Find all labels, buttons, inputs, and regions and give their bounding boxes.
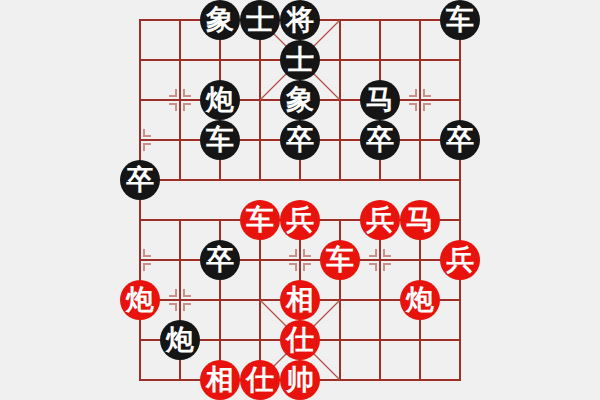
- piece-black-soldier[interactable]: 卒: [280, 120, 320, 160]
- xiangqi-board[interactable]: 象士将车士炮象马车卒卒卒卒车兵兵马卒车兵炮相炮炮仕相仕帅: [120, 0, 480, 400]
- piece-red-advisor[interactable]: 仕: [240, 360, 280, 400]
- piece-red-soldier[interactable]: 兵: [280, 200, 320, 240]
- piece-black-cannon[interactable]: 炮: [200, 80, 240, 120]
- piece-red-cannon[interactable]: 炮: [400, 280, 440, 320]
- piece-black-cannon[interactable]: 炮: [160, 320, 200, 360]
- piece-black-soldier[interactable]: 卒: [440, 120, 480, 160]
- piece-black-elephant[interactable]: 象: [200, 0, 240, 40]
- piece-red-horse[interactable]: 马: [400, 200, 440, 240]
- piece-red-chariot[interactable]: 车: [320, 240, 360, 280]
- piece-black-advisor[interactable]: 士: [240, 0, 280, 40]
- piece-black-soldier[interactable]: 卒: [200, 240, 240, 280]
- piece-black-elephant[interactable]: 象: [280, 80, 320, 120]
- xiangqi-screen: 象士将车士炮象马车卒卒卒卒车兵兵马卒车兵炮相炮炮仕相仕帅: [0, 0, 600, 400]
- piece-red-cannon[interactable]: 炮: [120, 280, 160, 320]
- piece-red-advisor[interactable]: 仕: [280, 320, 320, 360]
- piece-black-chariot[interactable]: 车: [200, 120, 240, 160]
- piece-black-soldier[interactable]: 卒: [120, 160, 160, 200]
- piece-red-chariot[interactable]: 车: [240, 200, 280, 240]
- piece-black-soldier[interactable]: 卒: [360, 120, 400, 160]
- piece-red-general[interactable]: 帅: [280, 360, 320, 400]
- piece-black-general[interactable]: 将: [280, 0, 320, 40]
- piece-black-chariot[interactable]: 车: [440, 0, 480, 40]
- piece-black-advisor[interactable]: 士: [280, 40, 320, 80]
- piece-red-elephant[interactable]: 相: [200, 360, 240, 400]
- piece-red-soldier[interactable]: 兵: [440, 240, 480, 280]
- piece-red-elephant[interactable]: 相: [280, 280, 320, 320]
- piece-red-soldier[interactable]: 兵: [360, 200, 400, 240]
- piece-black-horse[interactable]: 马: [360, 80, 400, 120]
